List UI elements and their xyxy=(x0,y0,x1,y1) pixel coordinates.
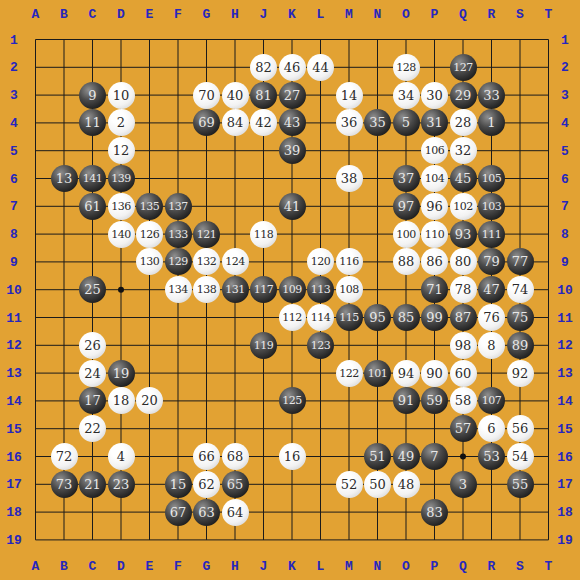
board-intersection-O7[interactable]: 97 xyxy=(392,192,421,220)
board-intersection-A19[interactable] xyxy=(21,526,50,554)
board-intersection-P12[interactable] xyxy=(420,331,449,359)
stone-white-120[interactable]: 120 xyxy=(307,248,334,275)
board-intersection-F14[interactable] xyxy=(164,387,193,415)
board-intersection-L2[interactable]: 44 xyxy=(306,53,335,81)
board-intersection-S6[interactable] xyxy=(506,165,535,193)
stone-white-50[interactable]: 50 xyxy=(364,471,391,498)
stone-white-130[interactable]: 130 xyxy=(136,248,163,275)
board-intersection-F16[interactable] xyxy=(164,443,193,471)
stone-black-55[interactable]: 55 xyxy=(507,471,534,498)
board-intersection-L11[interactable]: 114 xyxy=(306,304,335,332)
board-intersection-T3[interactable] xyxy=(534,81,563,109)
board-intersection-Q9[interactable]: 80 xyxy=(449,248,478,276)
board-intersection-F10[interactable]: 134 xyxy=(164,276,193,304)
board-intersection-L10[interactable]: 113 xyxy=(306,276,335,304)
board-intersection-B5[interactable] xyxy=(50,137,79,165)
stone-black-75[interactable]: 75 xyxy=(507,304,534,331)
stone-black-125[interactable]: 125 xyxy=(279,387,306,414)
board-intersection-B2[interactable] xyxy=(50,53,79,81)
board-intersection-R9[interactable]: 79 xyxy=(477,248,506,276)
board-intersection-J5[interactable] xyxy=(249,137,278,165)
board-intersection-R2[interactable] xyxy=(477,53,506,81)
board-intersection-N2[interactable] xyxy=(363,53,392,81)
board-intersection-O1[interactable] xyxy=(392,26,421,54)
board-intersection-H6[interactable] xyxy=(221,165,250,193)
board-intersection-J3[interactable]: 81 xyxy=(249,81,278,109)
board-intersection-E8[interactable]: 126 xyxy=(135,220,164,248)
board-intersection-T15[interactable] xyxy=(534,415,563,443)
stone-white-106[interactable]: 106 xyxy=(421,137,448,164)
stone-black-133[interactable]: 133 xyxy=(165,221,192,248)
stone-black-99[interactable]: 99 xyxy=(421,304,448,331)
board-intersection-B4[interactable] xyxy=(50,109,79,137)
board-intersection-K7[interactable]: 41 xyxy=(278,192,307,220)
board-intersection-A8[interactable] xyxy=(21,220,50,248)
board-intersection-G9[interactable]: 132 xyxy=(192,248,221,276)
stone-white-90[interactable]: 90 xyxy=(421,360,448,387)
stone-white-136[interactable]: 136 xyxy=(108,193,135,220)
board-intersection-R19[interactable] xyxy=(477,526,506,554)
board-intersection-F11[interactable] xyxy=(164,304,193,332)
board-intersection-R5[interactable] xyxy=(477,137,506,165)
board-intersection-P16[interactable]: 7 xyxy=(420,443,449,471)
stone-black-117[interactable]: 117 xyxy=(250,276,277,303)
board-intersection-L4[interactable] xyxy=(306,109,335,137)
stone-black-63[interactable]: 63 xyxy=(193,499,220,526)
board-intersection-A3[interactable] xyxy=(21,81,50,109)
board-intersection-C1[interactable] xyxy=(78,26,107,54)
board-intersection-P15[interactable] xyxy=(420,415,449,443)
stone-black-3[interactable]: 3 xyxy=(450,471,477,498)
stone-black-19[interactable]: 19 xyxy=(108,360,135,387)
board-intersection-A10[interactable] xyxy=(21,276,50,304)
board-intersection-D1[interactable] xyxy=(107,26,136,54)
stone-white-28[interactable]: 28 xyxy=(450,109,477,136)
stone-white-36[interactable]: 36 xyxy=(336,109,363,136)
board-intersection-Q6[interactable]: 45 xyxy=(449,165,478,193)
board-intersection-Q4[interactable]: 28 xyxy=(449,109,478,137)
board-intersection-S17[interactable]: 55 xyxy=(506,470,535,498)
board-intersection-C11[interactable] xyxy=(78,304,107,332)
stone-black-61[interactable]: 61 xyxy=(79,193,106,220)
board-intersection-S3[interactable] xyxy=(506,81,535,109)
board-intersection-M6[interactable]: 38 xyxy=(335,165,364,193)
stone-black-33[interactable]: 33 xyxy=(478,82,505,109)
board-intersection-N4[interactable]: 35 xyxy=(363,109,392,137)
board-intersection-H9[interactable]: 124 xyxy=(221,248,250,276)
board-intersection-K12[interactable] xyxy=(278,331,307,359)
board-intersection-Q17[interactable]: 3 xyxy=(449,470,478,498)
stone-black-109[interactable]: 109 xyxy=(279,276,306,303)
stone-black-113[interactable]: 113 xyxy=(307,276,334,303)
board-intersection-K18[interactable] xyxy=(278,498,307,526)
board-intersection-R1[interactable] xyxy=(477,26,506,54)
board-intersection-N6[interactable] xyxy=(363,165,392,193)
stone-white-68[interactable]: 68 xyxy=(222,443,249,470)
stone-white-84[interactable]: 84 xyxy=(222,109,249,136)
board-intersection-D5[interactable]: 12 xyxy=(107,137,136,165)
board-intersection-G17[interactable]: 62 xyxy=(192,470,221,498)
board-intersection-B15[interactable] xyxy=(50,415,79,443)
board-intersection-O10[interactable] xyxy=(392,276,421,304)
stone-white-102[interactable]: 102 xyxy=(450,193,477,220)
stone-white-122[interactable]: 122 xyxy=(336,360,363,387)
stone-black-115[interactable]: 115 xyxy=(336,304,363,331)
stone-white-116[interactable]: 116 xyxy=(336,248,363,275)
stone-black-1[interactable]: 1 xyxy=(478,109,505,136)
stone-white-18[interactable]: 18 xyxy=(108,387,135,414)
board-intersection-K5[interactable]: 39 xyxy=(278,137,307,165)
board-intersection-B19[interactable] xyxy=(50,526,79,554)
board-intersection-R6[interactable]: 105 xyxy=(477,165,506,193)
board-intersection-G12[interactable] xyxy=(192,331,221,359)
stone-black-81[interactable]: 81 xyxy=(250,82,277,109)
board-intersection-R18[interactable] xyxy=(477,498,506,526)
stone-white-62[interactable]: 62 xyxy=(193,471,220,498)
board-intersection-A9[interactable] xyxy=(21,248,50,276)
stone-white-38[interactable]: 38 xyxy=(336,165,363,192)
board-intersection-H1[interactable] xyxy=(221,26,250,54)
board-intersection-B11[interactable] xyxy=(50,304,79,332)
stone-black-51[interactable]: 51 xyxy=(364,443,391,470)
board-intersection-P18[interactable]: 83 xyxy=(420,498,449,526)
board-intersection-C6[interactable]: 141 xyxy=(78,165,107,193)
board-intersection-K16[interactable]: 16 xyxy=(278,443,307,471)
stone-white-60[interactable]: 60 xyxy=(450,360,477,387)
board-intersection-J6[interactable] xyxy=(249,165,278,193)
stone-white-34[interactable]: 34 xyxy=(393,82,420,109)
board-intersection-L16[interactable] xyxy=(306,443,335,471)
board-intersection-H15[interactable] xyxy=(221,415,250,443)
board-intersection-A6[interactable] xyxy=(21,165,50,193)
stone-black-131[interactable]: 131 xyxy=(222,276,249,303)
board-intersection-M19[interactable] xyxy=(335,526,364,554)
board-intersection-O9[interactable]: 88 xyxy=(392,248,421,276)
board-intersection-J14[interactable] xyxy=(249,387,278,415)
board-intersection-L12[interactable]: 123 xyxy=(306,331,335,359)
board-intersection-A1[interactable] xyxy=(21,26,50,54)
board-intersection-K14[interactable]: 125 xyxy=(278,387,307,415)
board-intersection-D2[interactable] xyxy=(107,53,136,81)
board-intersection-T2[interactable] xyxy=(534,53,563,81)
stone-white-118[interactable]: 118 xyxy=(250,221,277,248)
board-intersection-J15[interactable] xyxy=(249,415,278,443)
board-intersection-N1[interactable] xyxy=(363,26,392,54)
board-intersection-P9[interactable]: 86 xyxy=(420,248,449,276)
board-intersection-M15[interactable] xyxy=(335,415,364,443)
board-intersection-L13[interactable] xyxy=(306,359,335,387)
stone-white-40[interactable]: 40 xyxy=(222,82,249,109)
board-intersection-D4[interactable]: 2 xyxy=(107,109,136,137)
board-intersection-M11[interactable]: 115 xyxy=(335,304,364,332)
stone-white-82[interactable]: 82 xyxy=(250,54,277,81)
board-intersection-G18[interactable]: 63 xyxy=(192,498,221,526)
board-intersection-T7[interactable] xyxy=(534,192,563,220)
board-intersection-C7[interactable]: 61 xyxy=(78,192,107,220)
stone-white-54[interactable]: 54 xyxy=(507,443,534,470)
board-intersection-E6[interactable] xyxy=(135,165,164,193)
board-intersection-J16[interactable] xyxy=(249,443,278,471)
board-intersection-G16[interactable]: 66 xyxy=(192,443,221,471)
stone-white-110[interactable]: 110 xyxy=(421,221,448,248)
board-intersection-G6[interactable] xyxy=(192,165,221,193)
board-intersection-F12[interactable] xyxy=(164,331,193,359)
board-intersection-L6[interactable] xyxy=(306,165,335,193)
board-intersection-G3[interactable]: 70 xyxy=(192,81,221,109)
board-intersection-G11[interactable] xyxy=(192,304,221,332)
board-intersection-N16[interactable]: 51 xyxy=(363,443,392,471)
board-intersection-E1[interactable] xyxy=(135,26,164,54)
stone-white-12[interactable]: 12 xyxy=(108,137,135,164)
stone-black-65[interactable]: 65 xyxy=(222,471,249,498)
board-intersection-N19[interactable] xyxy=(363,526,392,554)
board-intersection-H18[interactable]: 64 xyxy=(221,498,250,526)
stone-white-8[interactable]: 8 xyxy=(478,332,505,359)
stone-white-98[interactable]: 98 xyxy=(450,332,477,359)
board-intersection-L18[interactable] xyxy=(306,498,335,526)
board-intersection-H4[interactable]: 84 xyxy=(221,109,250,137)
board-intersection-C18[interactable] xyxy=(78,498,107,526)
board-intersection-T8[interactable] xyxy=(534,220,563,248)
board-intersection-M7[interactable] xyxy=(335,192,364,220)
board-intersection-J2[interactable]: 82 xyxy=(249,53,278,81)
board-intersection-S5[interactable] xyxy=(506,137,535,165)
board-intersection-S11[interactable]: 75 xyxy=(506,304,535,332)
board-intersection-L8[interactable] xyxy=(306,220,335,248)
stone-black-5[interactable]: 5 xyxy=(393,109,420,136)
stone-white-2[interactable]: 2 xyxy=(108,109,135,136)
board-intersection-F9[interactable]: 129 xyxy=(164,248,193,276)
board-intersection-Q5[interactable]: 32 xyxy=(449,137,478,165)
board-intersection-R7[interactable]: 103 xyxy=(477,192,506,220)
board-intersection-A12[interactable] xyxy=(21,331,50,359)
board-intersection-F3[interactable] xyxy=(164,81,193,109)
board-intersection-Q11[interactable]: 87 xyxy=(449,304,478,332)
stone-white-92[interactable]: 92 xyxy=(507,360,534,387)
board-intersection-O3[interactable]: 34 xyxy=(392,81,421,109)
board-intersection-H12[interactable] xyxy=(221,331,250,359)
stone-black-85[interactable]: 85 xyxy=(393,304,420,331)
stone-white-24[interactable]: 24 xyxy=(79,360,106,387)
board-intersection-C2[interactable] xyxy=(78,53,107,81)
stone-white-32[interactable]: 32 xyxy=(450,137,477,164)
board-intersection-K9[interactable] xyxy=(278,248,307,276)
board-intersection-M18[interactable] xyxy=(335,498,364,526)
board-intersection-T9[interactable] xyxy=(534,248,563,276)
board-intersection-Q19[interactable] xyxy=(449,526,478,554)
stone-white-104[interactable]: 104 xyxy=(421,165,448,192)
board-intersection-T5[interactable] xyxy=(534,137,563,165)
board-intersection-T10[interactable] xyxy=(534,276,563,304)
board-intersection-S1[interactable] xyxy=(506,26,535,54)
board-intersection-F1[interactable] xyxy=(164,26,193,54)
board-intersection-B18[interactable] xyxy=(50,498,79,526)
board-intersection-S16[interactable]: 54 xyxy=(506,443,535,471)
board-intersection-T17[interactable] xyxy=(534,470,563,498)
board-intersection-J4[interactable]: 42 xyxy=(249,109,278,137)
board-intersection-T19[interactable] xyxy=(534,526,563,554)
board-intersection-P10[interactable]: 71 xyxy=(420,276,449,304)
stone-black-11[interactable]: 11 xyxy=(79,109,106,136)
board-intersection-A13[interactable] xyxy=(21,359,50,387)
board-intersection-G13[interactable] xyxy=(192,359,221,387)
board-intersection-C16[interactable] xyxy=(78,443,107,471)
board-intersection-F18[interactable]: 67 xyxy=(164,498,193,526)
stone-black-31[interactable]: 31 xyxy=(421,109,448,136)
board-intersection-J12[interactable]: 119 xyxy=(249,331,278,359)
board-intersection-E17[interactable] xyxy=(135,470,164,498)
board-intersection-C17[interactable]: 21 xyxy=(78,470,107,498)
stone-white-76[interactable]: 76 xyxy=(478,304,505,331)
board-intersection-M2[interactable] xyxy=(335,53,364,81)
board-intersection-F2[interactable] xyxy=(164,53,193,81)
board-intersection-Q18[interactable] xyxy=(449,498,478,526)
stone-white-88[interactable]: 88 xyxy=(393,248,420,275)
board-intersection-A4[interactable] xyxy=(21,109,50,137)
board-intersection-Q15[interactable]: 57 xyxy=(449,415,478,443)
board-intersection-S14[interactable] xyxy=(506,387,535,415)
board-intersection-C12[interactable]: 26 xyxy=(78,331,107,359)
board-intersection-G5[interactable] xyxy=(192,137,221,165)
stone-black-39[interactable]: 39 xyxy=(279,137,306,164)
stone-white-10[interactable]: 10 xyxy=(108,82,135,109)
board-intersection-B7[interactable] xyxy=(50,192,79,220)
stone-white-108[interactable]: 108 xyxy=(336,276,363,303)
stone-black-123[interactable]: 123 xyxy=(307,332,334,359)
stone-black-35[interactable]: 35 xyxy=(364,109,391,136)
board-intersection-E13[interactable] xyxy=(135,359,164,387)
board-intersection-S13[interactable]: 92 xyxy=(506,359,535,387)
board-intersection-P14[interactable]: 59 xyxy=(420,387,449,415)
stone-white-132[interactable]: 132 xyxy=(193,248,220,275)
board-intersection-D3[interactable]: 10 xyxy=(107,81,136,109)
board-intersection-D12[interactable] xyxy=(107,331,136,359)
stone-white-30[interactable]: 30 xyxy=(421,82,448,109)
stone-black-59[interactable]: 59 xyxy=(421,387,448,414)
board-intersection-N13[interactable]: 101 xyxy=(363,359,392,387)
board-intersection-E9[interactable]: 130 xyxy=(135,248,164,276)
stone-black-89[interactable]: 89 xyxy=(507,332,534,359)
stone-white-78[interactable]: 78 xyxy=(450,276,477,303)
board-intersection-C13[interactable]: 24 xyxy=(78,359,107,387)
stone-white-66[interactable]: 66 xyxy=(193,443,220,470)
stone-white-72[interactable]: 72 xyxy=(51,443,78,470)
board-intersection-C8[interactable] xyxy=(78,220,107,248)
board-intersection-F7[interactable]: 137 xyxy=(164,192,193,220)
board-intersection-P17[interactable] xyxy=(420,470,449,498)
board-intersection-H3[interactable]: 40 xyxy=(221,81,250,109)
board-intersection-A11[interactable] xyxy=(21,304,50,332)
board-intersection-K11[interactable]: 112 xyxy=(278,304,307,332)
stone-white-48[interactable]: 48 xyxy=(393,471,420,498)
board-intersection-N17[interactable]: 50 xyxy=(363,470,392,498)
board-intersection-M1[interactable] xyxy=(335,26,364,54)
board-intersection-O16[interactable]: 49 xyxy=(392,443,421,471)
board-intersection-L17[interactable] xyxy=(306,470,335,498)
stone-white-26[interactable]: 26 xyxy=(79,332,106,359)
board-intersection-H14[interactable] xyxy=(221,387,250,415)
stone-black-107[interactable]: 107 xyxy=(478,387,505,414)
board-intersection-E19[interactable] xyxy=(135,526,164,554)
board-intersection-M17[interactable]: 52 xyxy=(335,470,364,498)
board-intersection-D13[interactable]: 19 xyxy=(107,359,136,387)
board-intersection-K13[interactable] xyxy=(278,359,307,387)
board-intersection-A7[interactable] xyxy=(21,192,50,220)
board-intersection-D6[interactable]: 139 xyxy=(107,165,136,193)
board-intersection-C19[interactable] xyxy=(78,526,107,554)
board-intersection-K10[interactable]: 109 xyxy=(278,276,307,304)
stone-black-25[interactable]: 25 xyxy=(79,276,106,303)
stone-white-100[interactable]: 100 xyxy=(393,221,420,248)
board-intersection-B10[interactable] xyxy=(50,276,79,304)
board-intersection-F13[interactable] xyxy=(164,359,193,387)
board-intersection-T1[interactable] xyxy=(534,26,563,54)
board-intersection-O8[interactable]: 100 xyxy=(392,220,421,248)
board-intersection-G10[interactable]: 138 xyxy=(192,276,221,304)
board-intersection-N18[interactable] xyxy=(363,498,392,526)
board-intersection-M5[interactable] xyxy=(335,137,364,165)
board-intersection-E2[interactable] xyxy=(135,53,164,81)
board-intersection-L3[interactable] xyxy=(306,81,335,109)
stone-black-127[interactable]: 127 xyxy=(450,54,477,81)
board-intersection-N5[interactable] xyxy=(363,137,392,165)
board-intersection-J1[interactable] xyxy=(249,26,278,54)
board-intersection-J19[interactable] xyxy=(249,526,278,554)
board-intersection-T16[interactable] xyxy=(534,443,563,471)
stone-white-126[interactable]: 126 xyxy=(136,221,163,248)
stone-white-94[interactable]: 94 xyxy=(393,360,420,387)
board-intersection-M12[interactable] xyxy=(335,331,364,359)
board-intersection-B12[interactable] xyxy=(50,331,79,359)
stone-black-71[interactable]: 71 xyxy=(421,276,448,303)
stone-white-16[interactable]: 16 xyxy=(279,443,306,470)
board-intersection-M10[interactable]: 108 xyxy=(335,276,364,304)
board-intersection-T18[interactable] xyxy=(534,498,563,526)
board-intersection-P2[interactable] xyxy=(420,53,449,81)
board-intersection-P4[interactable]: 31 xyxy=(420,109,449,137)
board-intersection-S18[interactable] xyxy=(506,498,535,526)
board-intersection-G15[interactable] xyxy=(192,415,221,443)
board-intersection-R4[interactable]: 1 xyxy=(477,109,506,137)
stone-white-112[interactable]: 112 xyxy=(279,304,306,331)
board-intersection-O14[interactable]: 91 xyxy=(392,387,421,415)
board-intersection-E4[interactable] xyxy=(135,109,164,137)
board-intersection-N7[interactable] xyxy=(363,192,392,220)
stone-black-57[interactable]: 57 xyxy=(450,415,477,442)
board-intersection-F19[interactable] xyxy=(164,526,193,554)
board-intersection-P1[interactable] xyxy=(420,26,449,54)
board-intersection-E18[interactable] xyxy=(135,498,164,526)
stone-black-137[interactable]: 137 xyxy=(165,193,192,220)
stone-white-80[interactable]: 80 xyxy=(450,248,477,275)
stone-black-17[interactable]: 17 xyxy=(79,387,106,414)
board-intersection-O6[interactable]: 37 xyxy=(392,165,421,193)
stone-white-22[interactable]: 22 xyxy=(79,415,106,442)
board-intersection-M4[interactable]: 36 xyxy=(335,109,364,137)
stone-black-7[interactable]: 7 xyxy=(421,443,448,470)
board-intersection-A15[interactable] xyxy=(21,415,50,443)
stone-white-4[interactable]: 4 xyxy=(108,443,135,470)
board-intersection-M8[interactable] xyxy=(335,220,364,248)
board-intersection-K4[interactable]: 43 xyxy=(278,109,307,137)
board-intersection-G4[interactable]: 69 xyxy=(192,109,221,137)
board-intersection-C9[interactable] xyxy=(78,248,107,276)
board-intersection-E7[interactable]: 135 xyxy=(135,192,164,220)
stone-white-134[interactable]: 134 xyxy=(165,276,192,303)
board-intersection-F5[interactable] xyxy=(164,137,193,165)
board-intersection-E3[interactable] xyxy=(135,81,164,109)
board-intersection-K3[interactable]: 27 xyxy=(278,81,307,109)
